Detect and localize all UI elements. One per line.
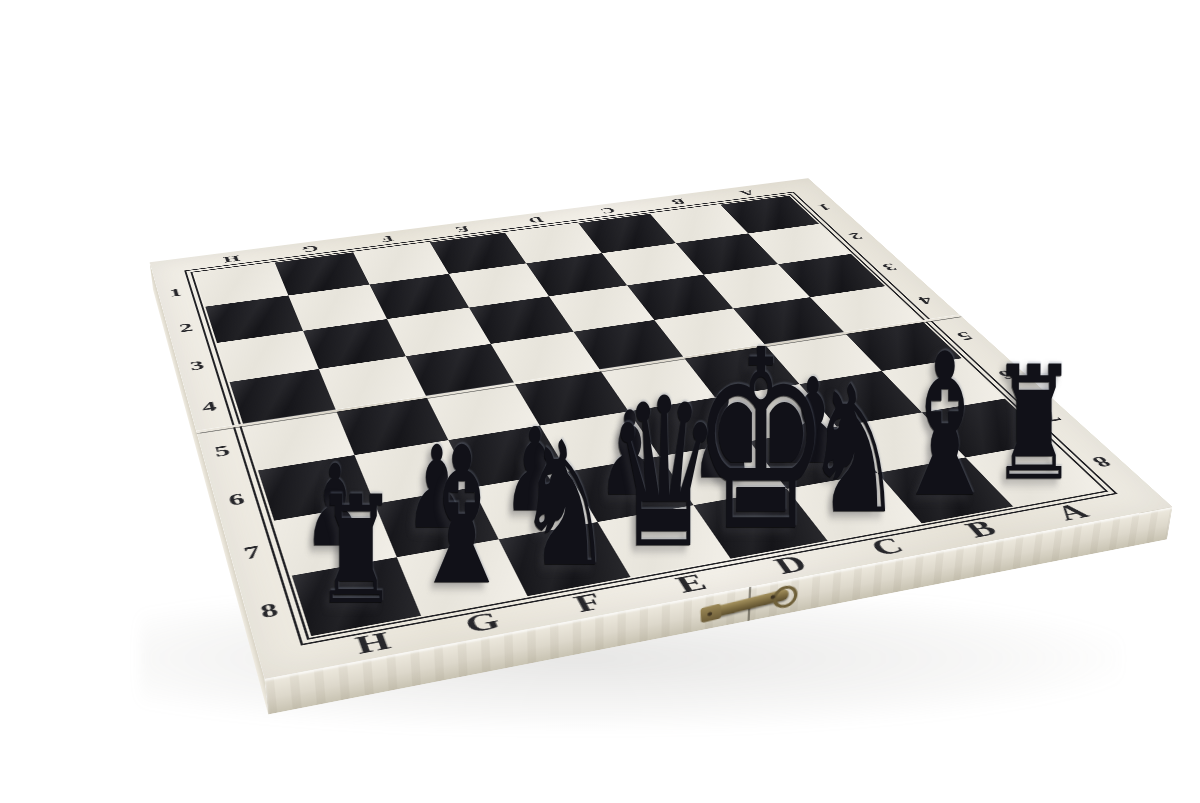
square-c6 [715, 384, 837, 441]
clasp-loop [773, 583, 798, 611]
product-photo-stage: HGFEDCBA12345678HGFEDCBA12345678 ♟♟♜♟♝♟♞… [0, 0, 1200, 803]
square-e7 [567, 456, 693, 522]
square-g7 [375, 488, 499, 558]
square-h5 [243, 410, 354, 470]
square-a7 [922, 399, 1051, 458]
rank-label-right-8: 8 [1079, 452, 1123, 472]
square-g5 [336, 397, 448, 456]
square-b7 [837, 412, 966, 472]
square-g6 [355, 440, 473, 504]
rank-label-left-7: 7 [231, 541, 274, 565]
square-d8 [694, 489, 828, 559]
board-grid [150, 178, 808, 262]
square-c7 [749, 427, 877, 489]
rank-label-left-3: 3 [179, 358, 215, 375]
square-d7 [660, 441, 787, 505]
rank-label-left-4: 4 [191, 398, 228, 416]
rank-label-left-5: 5 [203, 442, 242, 462]
square-e8 [598, 505, 731, 577]
rank-label-left-2: 2 [169, 320, 203, 336]
rank-label-right-1: 1 [808, 201, 840, 213]
rank-label-left-8: 8 [247, 598, 292, 624]
square-f5 [426, 383, 539, 440]
square-f8 [499, 522, 631, 596]
square-a8 [966, 442, 1102, 506]
rank-label-right-7: 7 [1031, 407, 1073, 425]
rank-label-left-6: 6 [216, 489, 257, 511]
square-f7 [472, 472, 597, 540]
square-f6 [448, 426, 567, 488]
square-e5 [514, 370, 628, 426]
square-b8 [877, 457, 1013, 523]
rank-label-left-1: 1 [159, 286, 192, 301]
square-b6 [800, 371, 922, 427]
rank-label-right-6: 6 [986, 366, 1026, 383]
square-h8 [292, 557, 421, 636]
square-g8 [397, 539, 528, 615]
square-c8 [787, 473, 922, 541]
square-d6 [629, 398, 750, 457]
square-e6 [540, 411, 660, 471]
square-h7 [274, 504, 397, 576]
square-h4 [230, 369, 336, 424]
square-h6 [258, 455, 375, 521]
